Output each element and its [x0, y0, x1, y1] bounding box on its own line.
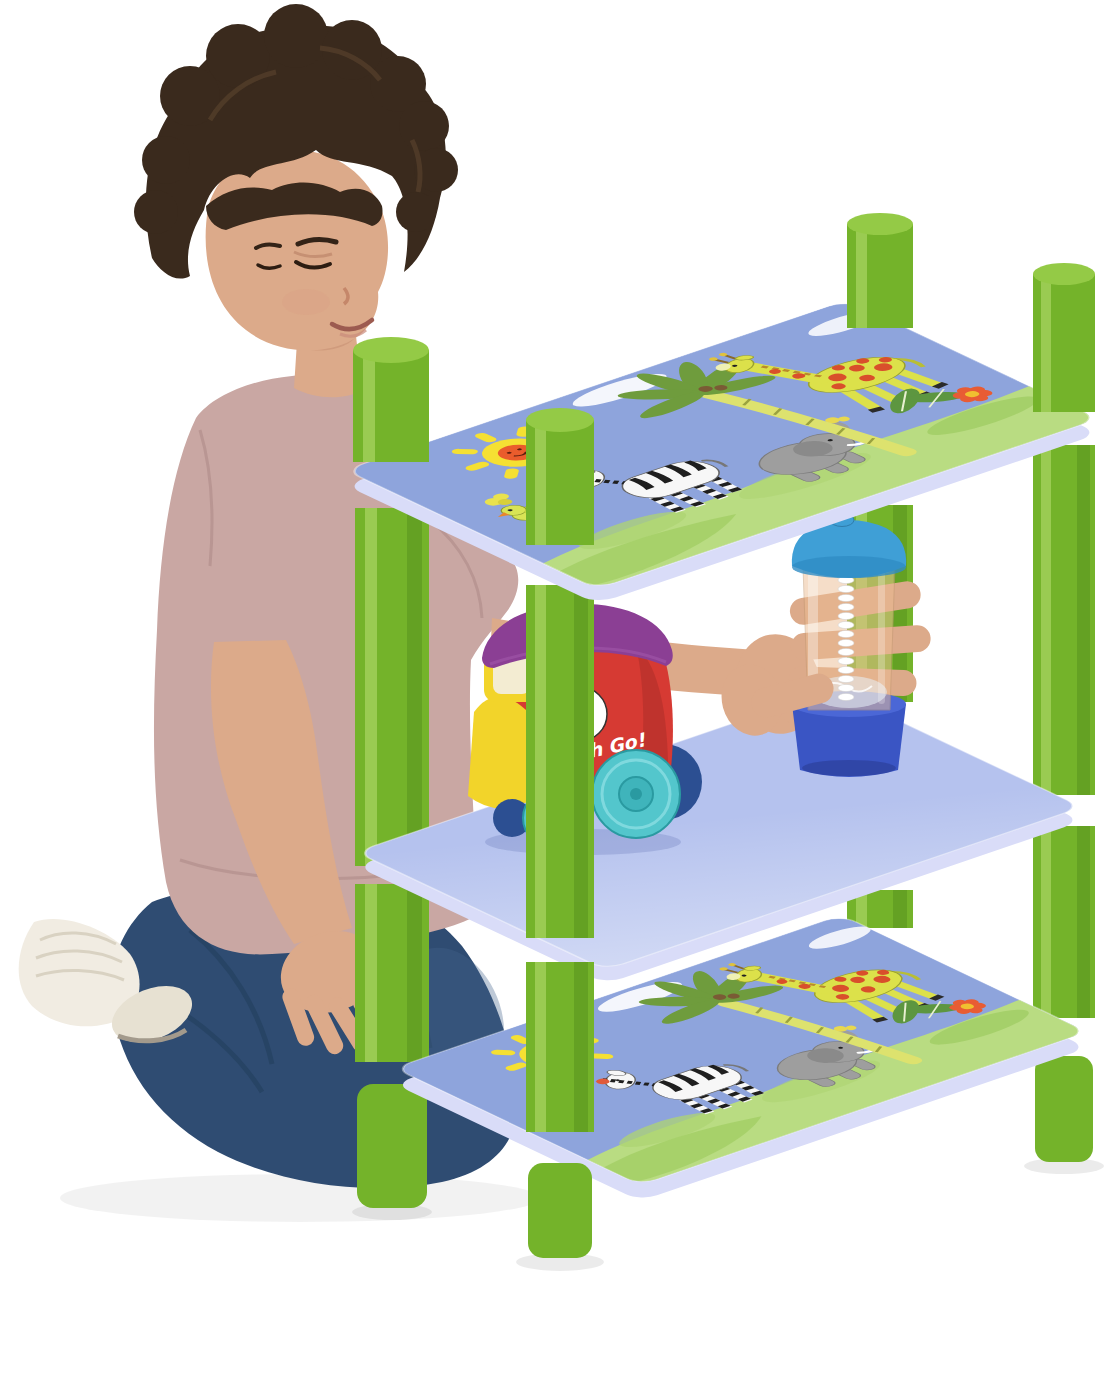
post-front-upper [526, 585, 594, 938]
post-front-lower [526, 962, 594, 1258]
boy-head [134, 4, 458, 350]
post-right-upper [1033, 445, 1095, 795]
post-right-foot [1035, 1056, 1093, 1162]
post-cap-back [847, 213, 913, 328]
post-left-upper [355, 508, 429, 866]
product-photo: Push Go! [0, 0, 1120, 1382]
post-cap-right [1033, 263, 1095, 412]
product-photo-canvas: Push Go! [0, 0, 1120, 1382]
post-left-lower [355, 884, 429, 1062]
post-front-foot [528, 1163, 592, 1258]
face [206, 150, 388, 350]
post-left-foot [357, 1084, 427, 1208]
post-cap-front [526, 408, 594, 545]
bottom-shelf [394, 915, 1088, 1201]
post-right-lower [1033, 826, 1095, 1018]
post-cap-left [353, 337, 429, 462]
